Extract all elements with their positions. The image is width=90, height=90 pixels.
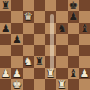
chess-board[interactable]: ♜♚♛♟♟♞♝♟♞♜♟♟♜♝♟♚♜ [0, 0, 90, 90]
square-e5[interactable] [45, 34, 56, 45]
square-e1[interactable] [45, 79, 56, 90]
square-c2[interactable] [23, 68, 34, 79]
square-f3[interactable] [56, 56, 67, 67]
square-g7[interactable]: ♟ [68, 11, 79, 22]
chess-app: ♜♚♛♟♟♞♝♟♞♜♟♟♜♝♟♚♜ [0, 0, 90, 90]
square-h6[interactable]: ♝ [79, 23, 90, 34]
square-d8[interactable] [34, 0, 45, 11]
square-e7[interactable] [45, 11, 56, 22]
piece-black-pawn[interactable]: ♟ [12, 34, 21, 45]
square-f5[interactable] [56, 34, 67, 45]
square-h4[interactable] [79, 45, 90, 56]
piece-white-pawn[interactable]: ♟ [80, 68, 89, 79]
piece-black-bishop[interactable]: ♝ [80, 23, 89, 34]
square-e2[interactable]: ♜ [45, 68, 56, 79]
square-d1[interactable] [34, 79, 45, 90]
square-a8[interactable]: ♜ [0, 0, 11, 11]
piece-black-bishop[interactable]: ♝ [68, 68, 77, 79]
piece-black-pawn[interactable]: ♟ [68, 12, 77, 23]
square-c5[interactable] [23, 34, 34, 45]
piece-white-queen[interactable]: ♛ [23, 12, 32, 23]
piece-black-rook[interactable]: ♜ [1, 0, 10, 11]
square-a1[interactable] [0, 79, 11, 90]
piece-black-rook[interactable]: ♜ [35, 57, 44, 68]
square-g5[interactable] [68, 34, 79, 45]
piece-white-pawn[interactable]: ♟ [1, 68, 10, 79]
square-h8[interactable] [79, 0, 90, 11]
square-d2[interactable] [34, 68, 45, 79]
square-f6[interactable]: ♞ [56, 23, 67, 34]
piece-black-knight[interactable]: ♞ [57, 23, 66, 34]
square-g2[interactable]: ♝ [68, 68, 79, 79]
square-a2[interactable]: ♟ [0, 68, 11, 79]
square-a5[interactable] [0, 34, 11, 45]
square-c1[interactable] [23, 79, 34, 90]
square-h1[interactable] [79, 79, 90, 90]
square-b7[interactable] [11, 11, 22, 22]
square-h2[interactable]: ♟ [79, 68, 90, 79]
square-f1[interactable]: ♜ [56, 79, 67, 90]
piece-white-rook[interactable]: ♜ [46, 68, 55, 79]
square-b1[interactable]: ♚ [11, 79, 22, 90]
square-d5[interactable] [34, 34, 45, 45]
piece-white-rook[interactable]: ♜ [57, 79, 66, 90]
square-d3[interactable]: ♜ [34, 56, 45, 67]
square-e4[interactable] [45, 45, 56, 56]
square-e8[interactable] [45, 0, 56, 11]
square-a4[interactable] [0, 45, 11, 56]
square-g6[interactable] [68, 23, 79, 34]
piece-black-pawn[interactable]: ♟ [1, 23, 10, 34]
square-g4[interactable] [68, 45, 79, 56]
piece-white-knight[interactable]: ♞ [23, 57, 32, 68]
square-g1[interactable] [68, 79, 79, 90]
square-c6[interactable] [23, 23, 34, 34]
square-e6[interactable] [45, 23, 56, 34]
square-b8[interactable] [11, 0, 22, 11]
square-f8[interactable] [56, 0, 67, 11]
square-d6[interactable] [34, 23, 45, 34]
square-a6[interactable]: ♟ [0, 23, 11, 34]
square-h5[interactable] [79, 34, 90, 45]
square-f4[interactable] [56, 45, 67, 56]
square-c3[interactable]: ♞ [23, 56, 34, 67]
piece-white-king[interactable]: ♚ [12, 79, 21, 90]
square-b5[interactable]: ♟ [11, 34, 22, 45]
square-d7[interactable] [34, 11, 45, 22]
square-b4[interactable] [11, 45, 22, 56]
square-c7[interactable]: ♛ [23, 11, 34, 22]
